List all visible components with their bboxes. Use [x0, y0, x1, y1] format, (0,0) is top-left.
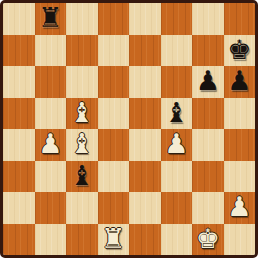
- square-g6[interactable]: ♟: [192, 66, 224, 98]
- square-g5[interactable]: [192, 98, 224, 130]
- square-f4[interactable]: ♟: [161, 129, 193, 161]
- piece-black-bishop[interactable]: ♝: [70, 162, 94, 189]
- square-a7[interactable]: [3, 35, 35, 67]
- square-d7[interactable]: [98, 35, 130, 67]
- square-f6[interactable]: [161, 66, 193, 98]
- square-h3[interactable]: [224, 161, 256, 193]
- square-g2[interactable]: [192, 192, 224, 224]
- square-d1[interactable]: ♜: [98, 224, 130, 256]
- square-d4[interactable]: [98, 129, 130, 161]
- square-a1[interactable]: [3, 224, 35, 256]
- square-a5[interactable]: [3, 98, 35, 130]
- square-a3[interactable]: [3, 161, 35, 193]
- square-a8[interactable]: [3, 3, 35, 35]
- square-e5[interactable]: [129, 98, 161, 130]
- square-c1[interactable]: [66, 224, 98, 256]
- square-h4[interactable]: [224, 129, 256, 161]
- piece-black-rook[interactable]: ♜: [38, 4, 62, 31]
- square-c8[interactable]: [66, 3, 98, 35]
- square-e1[interactable]: [129, 224, 161, 256]
- square-h1[interactable]: [224, 224, 256, 256]
- piece-white-bishop[interactable]: ♝: [70, 130, 94, 157]
- chessboard-container: ♜♚♟♟♝♝♟♝♟♝♟♜♚: [0, 0, 258, 258]
- square-f8[interactable]: [161, 3, 193, 35]
- square-c2[interactable]: [66, 192, 98, 224]
- square-g1[interactable]: ♚: [192, 224, 224, 256]
- square-h7[interactable]: ♚: [224, 35, 256, 67]
- square-d8[interactable]: [98, 3, 130, 35]
- square-f1[interactable]: [161, 224, 193, 256]
- square-h8[interactable]: [224, 3, 256, 35]
- square-b3[interactable]: [35, 161, 67, 193]
- square-d2[interactable]: [98, 192, 130, 224]
- square-e7[interactable]: [129, 35, 161, 67]
- square-b4[interactable]: ♟: [35, 129, 67, 161]
- piece-black-king[interactable]: ♚: [227, 36, 251, 63]
- piece-black-pawn[interactable]: ♟: [196, 67, 220, 94]
- square-h2[interactable]: ♟: [224, 192, 256, 224]
- chess-board: ♜♚♟♟♝♝♟♝♟♝♟♜♚: [0, 0, 258, 258]
- square-c4[interactable]: ♝: [66, 129, 98, 161]
- square-c6[interactable]: [66, 66, 98, 98]
- piece-black-bishop[interactable]: ♝: [164, 99, 188, 126]
- piece-white-bishop[interactable]: ♝: [70, 99, 94, 126]
- square-d3[interactable]: [98, 161, 130, 193]
- square-h5[interactable]: [224, 98, 256, 130]
- square-b5[interactable]: [35, 98, 67, 130]
- square-f2[interactable]: [161, 192, 193, 224]
- square-e2[interactable]: [129, 192, 161, 224]
- piece-black-pawn[interactable]: ♟: [227, 67, 251, 94]
- square-b7[interactable]: [35, 35, 67, 67]
- square-g8[interactable]: [192, 3, 224, 35]
- square-d6[interactable]: [98, 66, 130, 98]
- square-a4[interactable]: [3, 129, 35, 161]
- square-g7[interactable]: [192, 35, 224, 67]
- square-f3[interactable]: [161, 161, 193, 193]
- piece-white-pawn[interactable]: ♟: [227, 193, 251, 220]
- square-e3[interactable]: [129, 161, 161, 193]
- square-b8[interactable]: ♜: [35, 3, 67, 35]
- square-f5[interactable]: ♝: [161, 98, 193, 130]
- piece-white-pawn[interactable]: ♟: [164, 130, 188, 157]
- square-b6[interactable]: [35, 66, 67, 98]
- piece-white-rook[interactable]: ♜: [101, 225, 125, 252]
- square-h6[interactable]: ♟: [224, 66, 256, 98]
- piece-white-pawn[interactable]: ♟: [38, 130, 62, 157]
- square-b2[interactable]: [35, 192, 67, 224]
- square-c3[interactable]: ♝: [66, 161, 98, 193]
- square-b1[interactable]: [35, 224, 67, 256]
- square-f7[interactable]: [161, 35, 193, 67]
- piece-white-king[interactable]: ♚: [196, 225, 220, 252]
- square-g4[interactable]: [192, 129, 224, 161]
- square-d5[interactable]: [98, 98, 130, 130]
- square-e4[interactable]: [129, 129, 161, 161]
- square-e6[interactable]: [129, 66, 161, 98]
- square-g3[interactable]: [192, 161, 224, 193]
- square-a6[interactable]: [3, 66, 35, 98]
- square-c5[interactable]: ♝: [66, 98, 98, 130]
- square-e8[interactable]: [129, 3, 161, 35]
- square-c7[interactable]: [66, 35, 98, 67]
- square-a2[interactable]: [3, 192, 35, 224]
